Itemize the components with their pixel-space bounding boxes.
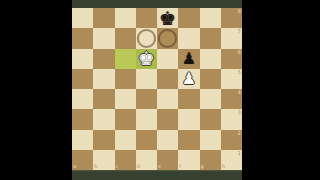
square-e5[interactable] (157, 69, 178, 89)
square-b6[interactable] (93, 49, 114, 69)
square-b3[interactable] (93, 109, 114, 129)
square-c7[interactable] (115, 28, 136, 48)
piece-white-king[interactable]: ♚ (138, 49, 155, 68)
rank-label-5: 5 (238, 70, 241, 75)
square-d6[interactable]: ♚ (136, 49, 157, 69)
rank-label-1: 1 (238, 151, 241, 156)
circle-annotation-d7 (137, 29, 156, 47)
square-c2[interactable] (115, 130, 136, 150)
square-a7[interactable] (72, 28, 93, 48)
square-h6[interactable]: 6 (221, 49, 242, 69)
square-h2[interactable]: 2 (221, 130, 242, 150)
file-label-e: e (158, 164, 161, 169)
square-h3[interactable]: 3 (221, 109, 242, 129)
piece-black-king[interactable]: ♚ (159, 9, 176, 28)
square-g2[interactable] (200, 130, 221, 150)
square-b8[interactable] (93, 8, 114, 28)
square-e6[interactable] (157, 49, 178, 69)
square-c5[interactable] (115, 69, 136, 89)
square-h1[interactable]: h1 (221, 150, 242, 170)
square-g8[interactable] (200, 8, 221, 28)
square-b2[interactable] (93, 130, 114, 150)
square-e3[interactable] (157, 109, 178, 129)
square-d2[interactable] (136, 130, 157, 150)
square-h4[interactable]: 4 (221, 89, 242, 109)
square-d7[interactable] (136, 28, 157, 48)
square-h5[interactable]: 5 (221, 69, 242, 89)
square-h8[interactable]: 8 (221, 8, 242, 28)
square-a5[interactable] (72, 69, 93, 89)
square-e8[interactable]: ♚ (157, 8, 178, 28)
file-label-h: h (222, 164, 225, 169)
file-label-b: b (94, 164, 97, 169)
square-b5[interactable] (93, 69, 114, 89)
square-g1[interactable]: g (200, 150, 221, 170)
square-d4[interactable] (136, 89, 157, 109)
square-a2[interactable] (72, 130, 93, 150)
rank-label-3: 3 (238, 110, 241, 115)
square-e7[interactable] (157, 28, 178, 48)
square-a8[interactable] (72, 8, 93, 28)
square-b7[interactable] (93, 28, 114, 48)
square-g3[interactable] (200, 109, 221, 129)
bottom-strip-divider (72, 170, 242, 171)
piece-white-pawn[interactable]: ♟ (182, 71, 196, 87)
letterbox-left (0, 0, 72, 180)
square-a6[interactable] (72, 49, 93, 69)
square-d3[interactable] (136, 109, 157, 129)
square-f4[interactable] (178, 89, 199, 109)
file-label-g: g (201, 164, 204, 169)
square-g7[interactable] (200, 28, 221, 48)
square-g6[interactable] (200, 49, 221, 69)
square-f8[interactable] (178, 8, 199, 28)
piece-black-pawn[interactable]: ♟ (182, 51, 196, 67)
square-a4[interactable] (72, 89, 93, 109)
screenshot-stage: ♚87♚♟6♟5432abcdefgh1 (0, 0, 320, 180)
square-h7[interactable]: 7 (221, 28, 242, 48)
square-f7[interactable] (178, 28, 199, 48)
square-f1[interactable]: f (178, 150, 199, 170)
square-g5[interactable] (200, 69, 221, 89)
square-e1[interactable]: e (157, 150, 178, 170)
square-e2[interactable] (157, 130, 178, 150)
file-label-a: a (73, 164, 76, 169)
square-c1[interactable]: c (115, 150, 136, 170)
file-label-c: c (116, 164, 119, 169)
square-a1[interactable]: a (72, 150, 93, 170)
board-column-background: ♚87♚♟6♟5432abcdefgh1 (72, 0, 242, 180)
square-f3[interactable] (178, 109, 199, 129)
square-f6[interactable]: ♟ (178, 49, 199, 69)
letterbox-right (242, 0, 320, 180)
rank-label-7: 7 (238, 29, 241, 34)
square-d8[interactable] (136, 8, 157, 28)
square-a3[interactable] (72, 109, 93, 129)
square-f5[interactable]: ♟ (178, 69, 199, 89)
square-c6[interactable] (115, 49, 136, 69)
square-b1[interactable]: b (93, 150, 114, 170)
circle-annotation-e7 (158, 29, 177, 47)
rank-label-6: 6 (238, 50, 241, 55)
square-c3[interactable] (115, 109, 136, 129)
square-c4[interactable] (115, 89, 136, 109)
square-d1[interactable]: d (136, 150, 157, 170)
square-b4[interactable] (93, 89, 114, 109)
file-label-d: d (137, 164, 140, 169)
rank-label-2: 2 (238, 131, 241, 136)
chess-board: ♚87♚♟6♟5432abcdefgh1 (72, 8, 242, 170)
rank-label-4: 4 (238, 90, 241, 95)
square-e4[interactable] (157, 89, 178, 109)
square-c8[interactable] (115, 8, 136, 28)
square-d5[interactable] (136, 69, 157, 89)
square-f2[interactable] (178, 130, 199, 150)
square-g4[interactable] (200, 89, 221, 109)
rank-label-8: 8 (238, 9, 241, 14)
file-label-f: f (179, 164, 181, 169)
